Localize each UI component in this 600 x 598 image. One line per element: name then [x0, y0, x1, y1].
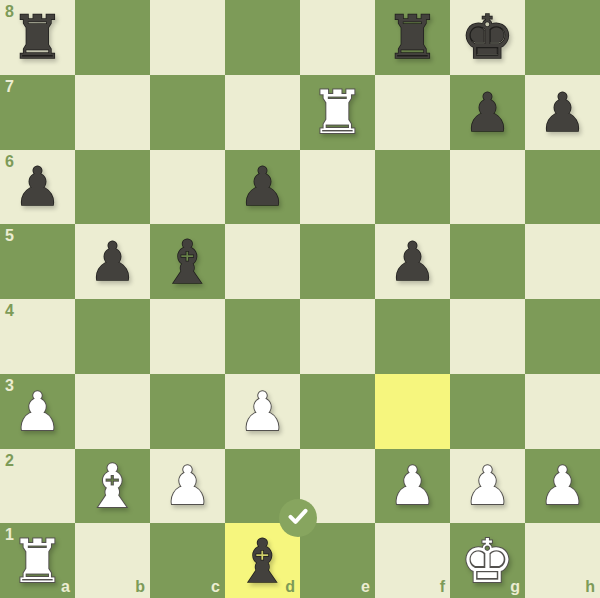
black-rook[interactable]: ♜ — [11, 7, 65, 67]
black-pawn[interactable]: ♟ — [464, 86, 512, 139]
square-a4[interactable]: 4 — [0, 299, 75, 374]
square-e5[interactable] — [300, 224, 375, 299]
square-b6[interactable] — [75, 150, 150, 225]
square-c3[interactable] — [150, 374, 225, 449]
square-e8[interactable] — [300, 0, 375, 75]
square-d8[interactable] — [225, 0, 300, 75]
square-c7[interactable] — [150, 75, 225, 150]
file-label-e: e — [361, 579, 370, 595]
white-pawn[interactable]: ♟ — [14, 385, 62, 438]
square-h5[interactable] — [525, 224, 600, 299]
rank-label-2: 2 — [5, 453, 14, 469]
square-e6[interactable] — [300, 150, 375, 225]
black-pawn[interactable]: ♟ — [239, 160, 287, 213]
black-bishop[interactable]: ♝ — [236, 531, 290, 591]
square-g5[interactable] — [450, 224, 525, 299]
square-g6[interactable] — [450, 150, 525, 225]
square-c6[interactable] — [150, 150, 225, 225]
square-b8[interactable] — [75, 0, 150, 75]
square-b1[interactable]: b — [75, 523, 150, 598]
square-a2[interactable]: 2 — [0, 449, 75, 524]
square-f7[interactable] — [375, 75, 450, 150]
square-c5[interactable]: ♝ — [150, 224, 225, 299]
black-rook[interactable]: ♜ — [386, 7, 440, 67]
file-label-b: b — [135, 579, 145, 595]
square-c2[interactable]: ♟ — [150, 449, 225, 524]
square-e1[interactable]: e — [300, 523, 375, 598]
white-pawn[interactable]: ♟ — [464, 459, 512, 512]
square-e4[interactable] — [300, 299, 375, 374]
square-a6[interactable]: 6♟ — [0, 150, 75, 225]
square-h4[interactable] — [525, 299, 600, 374]
square-c8[interactable] — [150, 0, 225, 75]
square-d6[interactable]: ♟ — [225, 150, 300, 225]
square-d3[interactable]: ♟ — [225, 374, 300, 449]
square-f2[interactable]: ♟ — [375, 449, 450, 524]
rank-label-7: 7 — [5, 79, 14, 95]
black-king[interactable]: ♚ — [461, 7, 515, 67]
white-king[interactable]: ♚ — [461, 531, 515, 591]
square-b5[interactable]: ♟ — [75, 224, 150, 299]
black-pawn[interactable]: ♟ — [14, 160, 62, 213]
square-f5[interactable]: ♟ — [375, 224, 450, 299]
white-pawn[interactable]: ♟ — [164, 459, 212, 512]
white-pawn[interactable]: ♟ — [389, 459, 437, 512]
square-a5[interactable]: 5 — [0, 224, 75, 299]
square-h7[interactable]: ♟ — [525, 75, 600, 150]
square-a7[interactable]: 7 — [0, 75, 75, 150]
square-h3[interactable] — [525, 374, 600, 449]
square-e7[interactable]: ♜ — [300, 75, 375, 150]
square-a8[interactable]: 8♜ — [0, 0, 75, 75]
square-b7[interactable] — [75, 75, 150, 150]
file-label-f: f — [440, 579, 445, 595]
square-f8[interactable]: ♜ — [375, 0, 450, 75]
square-a3[interactable]: 3♟ — [0, 374, 75, 449]
square-g7[interactable]: ♟ — [450, 75, 525, 150]
rank-label-6: 6 — [5, 154, 14, 170]
square-g1[interactable]: g♚ — [450, 523, 525, 598]
square-f1[interactable]: f — [375, 523, 450, 598]
square-b2[interactable]: ♝ — [75, 449, 150, 524]
square-f4[interactable] — [375, 299, 450, 374]
square-f3[interactable] — [375, 374, 450, 449]
black-pawn[interactable]: ♟ — [389, 235, 437, 288]
rank-label-3: 3 — [5, 378, 14, 394]
square-e3[interactable] — [300, 374, 375, 449]
square-h2[interactable]: ♟ — [525, 449, 600, 524]
white-pawn[interactable]: ♟ — [539, 459, 587, 512]
square-d7[interactable] — [225, 75, 300, 150]
square-f6[interactable] — [375, 150, 450, 225]
rank-label-5: 5 — [5, 228, 14, 244]
chess-board: 8♜♜♚7♜♟♟6♟♟5♟♝♟43♟♟2♝♟♟♟♟1a♜bcd♝efg♚h — [0, 0, 600, 598]
black-bishop[interactable]: ♝ — [161, 232, 215, 292]
square-b4[interactable] — [75, 299, 150, 374]
white-rook[interactable]: ♜ — [11, 531, 65, 591]
square-a1[interactable]: 1a♜ — [0, 523, 75, 598]
file-label-h: h — [585, 579, 595, 595]
square-g8[interactable]: ♚ — [450, 0, 525, 75]
square-g4[interactable] — [450, 299, 525, 374]
square-b3[interactable] — [75, 374, 150, 449]
square-c4[interactable] — [150, 299, 225, 374]
square-d4[interactable] — [225, 299, 300, 374]
square-h6[interactable] — [525, 150, 600, 225]
correct-move-badge — [279, 499, 317, 537]
white-rook[interactable]: ♜ — [311, 82, 365, 142]
square-g2[interactable]: ♟ — [450, 449, 525, 524]
white-pawn[interactable]: ♟ — [239, 385, 287, 438]
checkmark-icon — [286, 504, 310, 532]
square-d5[interactable] — [225, 224, 300, 299]
file-label-c: c — [211, 579, 220, 595]
black-pawn[interactable]: ♟ — [539, 86, 587, 139]
black-pawn[interactable]: ♟ — [89, 235, 137, 288]
square-h1[interactable]: h — [525, 523, 600, 598]
white-bishop[interactable]: ♝ — [86, 456, 140, 516]
square-h8[interactable] — [525, 0, 600, 75]
square-g3[interactable] — [450, 374, 525, 449]
square-c1[interactable]: c — [150, 523, 225, 598]
rank-label-4: 4 — [5, 303, 14, 319]
